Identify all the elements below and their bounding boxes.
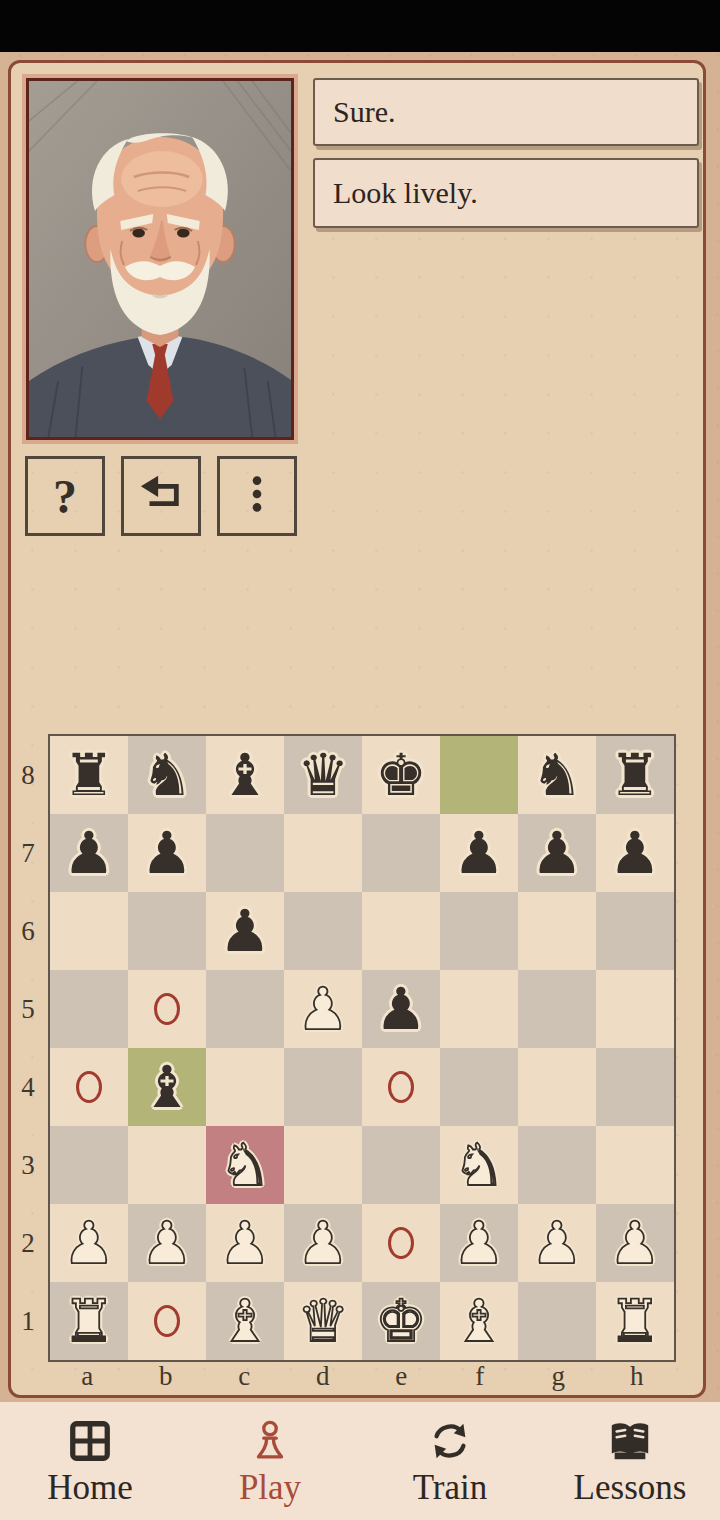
- square-h5[interactable]: [596, 970, 674, 1048]
- move-target-marker: [154, 1305, 180, 1337]
- square-h3[interactable]: [596, 1126, 674, 1204]
- square-e4[interactable]: [362, 1048, 440, 1126]
- square-e1[interactable]: ♚: [362, 1282, 440, 1360]
- black-rook: ♜: [63, 737, 115, 813]
- nav-item-lessons[interactable]: Lessons: [540, 1402, 720, 1520]
- square-a1[interactable]: ♜: [50, 1282, 128, 1360]
- file-label-a: a: [48, 1360, 127, 1392]
- white-king: ♚: [375, 1283, 427, 1359]
- white-bishop: ♝: [219, 1283, 271, 1359]
- square-f2[interactable]: ♟: [440, 1204, 518, 1282]
- square-h7[interactable]: ♟: [596, 814, 674, 892]
- square-e5[interactable]: ♟: [362, 970, 440, 1048]
- black-pawn: ♟: [531, 815, 583, 891]
- black-queen: ♛: [297, 737, 349, 813]
- status-bar: [0, 0, 720, 52]
- square-a2[interactable]: ♟: [50, 1204, 128, 1282]
- undo-button[interactable]: [121, 456, 201, 536]
- refresh-arrows-icon: [427, 1418, 473, 1464]
- square-b8[interactable]: ♞: [128, 736, 206, 814]
- square-f4[interactable]: [440, 1048, 518, 1126]
- black-knight: ♞: [141, 737, 193, 813]
- rank-label-2: 2: [12, 1204, 44, 1282]
- square-e7[interactable]: [362, 814, 440, 892]
- square-c2[interactable]: ♟: [206, 1204, 284, 1282]
- square-c6[interactable]: ♟: [206, 892, 284, 970]
- black-pawn: ♟: [141, 815, 193, 891]
- square-g2[interactable]: ♟: [518, 1204, 596, 1282]
- file-label-b: b: [127, 1360, 206, 1392]
- file-labels: abcdefgh: [48, 1360, 676, 1392]
- black-pawn: ♟: [375, 971, 427, 1047]
- file-label-g: g: [519, 1360, 598, 1392]
- file-label-d: d: [284, 1360, 363, 1392]
- tutor-portrait: [26, 78, 294, 440]
- rank-label-7: 7: [12, 814, 44, 892]
- dialogue-bubble-1: Sure.: [313, 78, 699, 146]
- kebab-menu-icon: [237, 471, 277, 521]
- square-c8[interactable]: ♝: [206, 736, 284, 814]
- square-d8[interactable]: ♛: [284, 736, 362, 814]
- square-g7[interactable]: ♟: [518, 814, 596, 892]
- white-pawn: ♟: [219, 1205, 271, 1281]
- file-label-e: e: [362, 1360, 441, 1392]
- black-pawn: ♟: [219, 893, 271, 969]
- chess-board: ♜♞♝♛♚♞♜♟♟♟♟♟♟♟♟♝♞♞♟♟♟♟♟♟♟♜♝♛♚♝♜: [48, 734, 676, 1362]
- white-knight: ♞: [219, 1127, 271, 1203]
- move-target-marker: [388, 1071, 414, 1103]
- square-e6[interactable]: [362, 892, 440, 970]
- square-c4[interactable]: [206, 1048, 284, 1126]
- square-g3[interactable]: [518, 1126, 596, 1204]
- white-pawn: ♟: [141, 1205, 193, 1281]
- white-knight: ♞: [453, 1127, 505, 1203]
- app-screen: Sure. Look lively. ? 87654321 ♜♞♝♛♚♞♜♟♟♟…: [0, 0, 720, 1520]
- file-label-f: f: [441, 1360, 520, 1392]
- dialogue-text-1: Sure.: [333, 95, 396, 129]
- open-book-icon: [607, 1418, 653, 1464]
- square-d2[interactable]: ♟: [284, 1204, 362, 1282]
- black-king: ♚: [375, 737, 427, 813]
- square-h6[interactable]: [596, 892, 674, 970]
- black-bishop: ♝: [219, 737, 271, 813]
- square-c5[interactable]: [206, 970, 284, 1048]
- square-f5[interactable]: [440, 970, 518, 1048]
- black-rook: ♜: [609, 737, 661, 813]
- white-queen: ♛: [297, 1283, 349, 1359]
- dialogue-text-2: Look lively.: [333, 176, 478, 210]
- square-a4[interactable]: [50, 1048, 128, 1126]
- rank-label-1: 1: [12, 1282, 44, 1360]
- move-target-marker: [388, 1227, 414, 1259]
- nav-item-train[interactable]: Train: [360, 1402, 540, 1520]
- white-pawn: ♟: [297, 971, 349, 1047]
- rank-label-6: 6: [12, 892, 44, 970]
- tutor-portrait-illustration: [29, 81, 291, 437]
- square-a7[interactable]: ♟: [50, 814, 128, 892]
- square-b5[interactable]: [128, 970, 206, 1048]
- square-e2[interactable]: [362, 1204, 440, 1282]
- square-g4[interactable]: [518, 1048, 596, 1126]
- bottom-nav: Home Play Train: [0, 1402, 720, 1520]
- nav-label-home: Home: [47, 1470, 133, 1505]
- square-b3[interactable]: [128, 1126, 206, 1204]
- file-label-h: h: [598, 1360, 677, 1392]
- rank-label-8: 8: [12, 736, 44, 814]
- nav-item-home[interactable]: Home: [0, 1402, 180, 1520]
- square-f7[interactable]: ♟: [440, 814, 518, 892]
- square-a3[interactable]: [50, 1126, 128, 1204]
- square-d7[interactable]: [284, 814, 362, 892]
- square-a5[interactable]: [50, 970, 128, 1048]
- rank-label-4: 4: [12, 1048, 44, 1126]
- move-target-marker: [76, 1071, 102, 1103]
- square-d6[interactable]: [284, 892, 362, 970]
- rank-labels: 87654321: [12, 736, 44, 1360]
- nav-label-train: Train: [413, 1470, 488, 1505]
- white-pawn: ♟: [453, 1205, 505, 1281]
- nav-item-play[interactable]: Play: [180, 1402, 360, 1520]
- square-e3[interactable]: [362, 1126, 440, 1204]
- nav-label-play: Play: [239, 1470, 301, 1505]
- square-a8[interactable]: ♜: [50, 736, 128, 814]
- help-button[interactable]: ?: [25, 456, 105, 536]
- square-d3[interactable]: [284, 1126, 362, 1204]
- black-knight: ♞: [531, 737, 583, 813]
- square-b2[interactable]: ♟: [128, 1204, 206, 1282]
- home-grid-icon: [67, 1418, 113, 1464]
- menu-button[interactable]: [217, 456, 297, 536]
- square-b7[interactable]: ♟: [128, 814, 206, 892]
- square-d4[interactable]: [284, 1048, 362, 1126]
- white-pawn: ♟: [609, 1205, 661, 1281]
- square-a6[interactable]: [50, 892, 128, 970]
- square-e8[interactable]: ♚: [362, 736, 440, 814]
- tutor-portrait-frame: [22, 74, 298, 444]
- white-pawn: ♟: [531, 1205, 583, 1281]
- rank-label-5: 5: [12, 970, 44, 1048]
- square-h2[interactable]: ♟: [596, 1204, 674, 1282]
- square-b6[interactable]: [128, 892, 206, 970]
- white-rook: ♜: [609, 1283, 661, 1359]
- square-h4[interactable]: [596, 1048, 674, 1126]
- square-g6[interactable]: [518, 892, 596, 970]
- square-g8[interactable]: ♞: [518, 736, 596, 814]
- black-pawn: ♟: [453, 815, 505, 891]
- dialogue-bubble-2: Look lively.: [313, 158, 699, 228]
- white-pawn: ♟: [297, 1205, 349, 1281]
- white-rook: ♜: [63, 1283, 115, 1359]
- square-f1[interactable]: ♝: [440, 1282, 518, 1360]
- black-bishop: ♝: [141, 1049, 193, 1125]
- square-f6[interactable]: [440, 892, 518, 970]
- undo-arrow-icon: [138, 471, 184, 521]
- square-d1[interactable]: ♛: [284, 1282, 362, 1360]
- black-pawn: ♟: [609, 815, 661, 891]
- square-c3[interactable]: ♞: [206, 1126, 284, 1204]
- square-h8[interactable]: ♜: [596, 736, 674, 814]
- white-pawn: ♟: [63, 1205, 115, 1281]
- square-h1[interactable]: ♜: [596, 1282, 674, 1360]
- square-b1[interactable]: [128, 1282, 206, 1360]
- rank-label-3: 3: [12, 1126, 44, 1204]
- square-b4[interactable]: ♝: [128, 1048, 206, 1126]
- square-f3[interactable]: ♞: [440, 1126, 518, 1204]
- question-mark-icon: ?: [53, 469, 77, 524]
- square-g1[interactable]: [518, 1282, 596, 1360]
- move-target-marker: [154, 993, 180, 1025]
- square-g5[interactable]: [518, 970, 596, 1048]
- file-label-c: c: [205, 1360, 284, 1392]
- square-f8[interactable]: [440, 736, 518, 814]
- pawn-icon: [247, 1418, 293, 1464]
- nav-label-lessons: Lessons: [574, 1470, 687, 1505]
- square-d5[interactable]: ♟: [284, 970, 362, 1048]
- square-c1[interactable]: ♝: [206, 1282, 284, 1360]
- black-pawn: ♟: [63, 815, 115, 891]
- white-bishop: ♝: [453, 1283, 505, 1359]
- square-c7[interactable]: [206, 814, 284, 892]
